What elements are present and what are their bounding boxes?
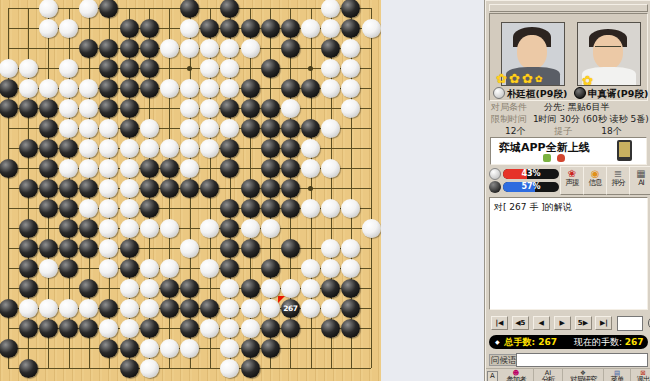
white-stone [180, 139, 199, 158]
black-stone [341, 279, 360, 298]
black-stone [140, 159, 159, 178]
toolbar-分析[interactable]: AI分析 [534, 369, 563, 381]
black-stone [241, 359, 260, 378]
white-stone [79, 79, 98, 98]
white-stone [19, 299, 38, 318]
white-stone [241, 299, 260, 318]
black-stone [99, 299, 118, 318]
white-stone [362, 19, 381, 38]
bullet-icon: ◆ [495, 338, 500, 345]
nav-first-button[interactable]: |◀ [491, 316, 508, 330]
black-stone [0, 79, 18, 98]
white-stone [241, 39, 260, 58]
white-stone [200, 99, 219, 118]
black-stone [120, 19, 139, 38]
black-stone [19, 259, 38, 278]
black-stone [0, 299, 18, 318]
black-stone [39, 139, 58, 158]
black-bar-track: 57% [503, 182, 559, 192]
white-stone [180, 19, 199, 38]
black-stone [59, 219, 78, 238]
white-stone [220, 319, 239, 338]
greeting-input[interactable] [516, 353, 648, 367]
phone-graphic [617, 140, 632, 161]
white-stone [0, 59, 18, 78]
white-stone [19, 79, 38, 98]
white-stone [140, 259, 159, 278]
black-stone [180, 299, 199, 318]
right-panel: ✿✿✿✿ ✿ 朴廷桓(P9段) 申真谞(P9段) 对局条件 分先: 黑贴6目半 … [485, 0, 650, 381]
white-stone [180, 119, 199, 138]
white-player-name: 朴廷桓(P9段) [493, 87, 567, 101]
black-stone [0, 339, 18, 358]
black-player-name: 申真谞(P9段) [574, 87, 648, 101]
white-stone [39, 259, 58, 278]
black-stone [220, 139, 239, 158]
black-stone [140, 319, 159, 338]
white-stone [200, 59, 219, 78]
black-stone [160, 179, 179, 198]
white-stone [39, 299, 58, 318]
black-stone [261, 59, 280, 78]
black-stone [59, 139, 78, 158]
black-stone [261, 139, 280, 158]
black-stone [261, 159, 280, 178]
black-stone [160, 299, 179, 318]
white-stone [180, 339, 199, 358]
white-stone [160, 259, 179, 278]
white-stone [180, 239, 199, 258]
total-moves-label: 总手数: 267 [505, 337, 558, 347]
black-stone [220, 239, 239, 258]
app-banner[interactable]: 弈城APP全新上线 [490, 137, 647, 165]
white-stone [261, 219, 280, 238]
white-stone-icon [493, 87, 505, 99]
black-stone [220, 199, 239, 218]
white-stone [321, 0, 340, 18]
white-stone [241, 219, 260, 238]
white-stone [120, 179, 139, 198]
black-stone [281, 39, 300, 58]
black-stone [160, 279, 179, 298]
white-stone [39, 79, 58, 98]
black-stone [59, 319, 78, 338]
white-stone [321, 299, 340, 318]
black-stone [261, 339, 280, 358]
black-stone [261, 319, 280, 338]
black-stone [261, 259, 280, 278]
black-stone [200, 299, 219, 318]
white-stone [200, 119, 219, 138]
white-stone [99, 259, 118, 278]
white-stone [200, 139, 219, 158]
flower-icon: ✿ [582, 73, 593, 88]
white-stone [341, 239, 360, 258]
信息-button[interactable]: ◉信息 [583, 166, 607, 195]
black-stone [220, 219, 239, 238]
white-stone [99, 139, 118, 158]
white-stone [341, 59, 360, 78]
white-stone-icon [489, 168, 501, 180]
white-stone [200, 319, 219, 338]
black-stone-icon [574, 87, 586, 99]
white-stone [160, 139, 179, 158]
black-stone [261, 99, 280, 118]
声援-button[interactable]: ❀声援 [560, 166, 584, 195]
black-stone [120, 239, 139, 258]
black-stone [261, 199, 280, 218]
black-stone [281, 199, 300, 218]
black-stone [99, 339, 118, 358]
black-stone [140, 59, 159, 78]
押分-button[interactable]: ≣押分 [606, 166, 630, 195]
flower-icon: ✿ [509, 71, 520, 86]
black-stone [341, 299, 360, 318]
black-stone [140, 179, 159, 198]
apple-icon [557, 154, 565, 162]
white-stone [79, 0, 98, 18]
white-stone [241, 319, 260, 338]
white-stone [220, 279, 239, 298]
white-stone [79, 139, 98, 158]
black-stone [99, 79, 118, 98]
white-stone [321, 199, 340, 218]
current-move-label: 现在的手数: 267 [574, 337, 644, 347]
white-win-percent: 43% [503, 169, 559, 179]
black-stone [281, 179, 300, 198]
white-stone [200, 219, 219, 238]
background-gap [381, 0, 485, 381]
white-stone [120, 219, 139, 238]
white-stone [160, 79, 179, 98]
star-point [308, 66, 313, 71]
white-stone [321, 159, 340, 178]
grid-line-horizontal [8, 368, 371, 369]
white-stone [99, 119, 118, 138]
black-stone [99, 59, 118, 78]
black-stone [200, 19, 219, 38]
white-stone [220, 79, 239, 98]
black-stone [261, 19, 280, 38]
white-stone [140, 139, 159, 158]
white-stone [140, 279, 159, 298]
white-stone [120, 139, 139, 158]
white-win-bar: 43% [489, 168, 561, 180]
black-stone [19, 359, 38, 378]
white-stone [79, 299, 98, 318]
white-stone [281, 99, 300, 118]
white-stone [321, 59, 340, 78]
black-stone [120, 119, 139, 138]
black-stone [120, 99, 139, 118]
white-stone [200, 79, 219, 98]
white-stone [140, 219, 159, 238]
white-stone [79, 99, 98, 118]
black-stone [79, 219, 98, 238]
star-point [187, 66, 192, 71]
black-stone [99, 99, 118, 118]
face [517, 35, 547, 69]
black-stone [220, 0, 239, 18]
a-button[interactable]: A [487, 371, 498, 381]
black-stone [341, 0, 360, 18]
white-stone [341, 259, 360, 278]
black-stone [59, 259, 78, 278]
white-stone [321, 19, 340, 38]
black-stone [120, 39, 139, 58]
black-stone [19, 319, 38, 338]
toolbar-退出[interactable]: ⊠退出 [631, 369, 650, 381]
move-number-input[interactable] [617, 316, 643, 331]
white-stone [99, 179, 118, 198]
white-stone [220, 299, 239, 318]
black-stone [39, 99, 58, 118]
nav-back5-button[interactable]: ◀5 [512, 316, 529, 330]
black-stone [0, 159, 18, 178]
white-stone [160, 219, 179, 238]
black-stone [241, 239, 260, 258]
black-stone [281, 239, 300, 258]
nav-back-button[interactable]: ◀ [533, 316, 550, 330]
white-bar-track: 43% [503, 169, 559, 179]
black-win-bar: 57% [489, 181, 561, 193]
white-stone [59, 299, 78, 318]
white-stone [59, 99, 78, 118]
players-section: ✿✿✿✿ ✿ 朴廷桓(P9段) 申真谞(P9段) [489, 13, 648, 101]
black-stone [19, 239, 38, 258]
black-stone [19, 219, 38, 238]
black-stone [220, 19, 239, 38]
toolbar-对局研究[interactable]: ❖对局研究 [563, 369, 604, 381]
white-stone [140, 359, 159, 378]
black-stone [180, 319, 199, 338]
black-stone [261, 119, 280, 138]
white-stone [79, 159, 98, 178]
toolbar-菜单[interactable]: ▤菜单 [604, 369, 631, 381]
white-stone [301, 279, 320, 298]
white-stone [59, 79, 78, 98]
go-app-window: 267 ✿✿✿✿ ✿ 朴廷桓(P9段) 申真谞(P9段) [0, 0, 650, 381]
white-stone [79, 119, 98, 138]
grid-line-vertical [371, 8, 372, 368]
white-stone [140, 339, 159, 358]
white-stone [362, 219, 381, 238]
white-stone [79, 199, 98, 218]
flower-icon: ✿ [535, 74, 543, 84]
black-stone [241, 99, 260, 118]
black-stone [19, 179, 38, 198]
white-stone [281, 279, 300, 298]
white-stone [321, 119, 340, 138]
black-stone [281, 79, 300, 98]
black-stone [140, 79, 159, 98]
white-stone [301, 199, 320, 218]
black-stone [140, 19, 159, 38]
nav-forward5-button[interactable]: 5▶ [575, 316, 592, 330]
banner-text: 弈城APP全新上线 [499, 140, 590, 155]
black-win-percent: 57% [503, 182, 559, 192]
black-stone [140, 199, 159, 218]
black-stone [241, 199, 260, 218]
black-stone [79, 319, 98, 338]
black-stone [59, 199, 78, 218]
white-stone [321, 79, 340, 98]
move-navigation: |◀ ◀5 ◀ ▶ 5▶ ▶| GO [490, 314, 647, 334]
black-stone [59, 239, 78, 258]
white-stone [140, 299, 159, 318]
black-stone [59, 179, 78, 198]
black-stone [241, 19, 260, 38]
white-stone [341, 79, 360, 98]
white-stone [200, 259, 219, 278]
white-stone [220, 119, 239, 138]
white-stone [301, 299, 320, 318]
star-point [308, 186, 313, 191]
black-stone [39, 319, 58, 338]
black-stone [180, 279, 199, 298]
white-stone [341, 99, 360, 118]
white-stone [99, 199, 118, 218]
white-stone [39, 19, 58, 38]
nav-forward-button[interactable]: ▶ [554, 316, 571, 330]
black-stone [120, 259, 139, 278]
black-stone [19, 99, 38, 118]
white-stone [120, 159, 139, 178]
black-stone [0, 99, 18, 118]
white-stone [59, 119, 78, 138]
black-stone [281, 119, 300, 138]
white-stone [140, 119, 159, 138]
flower-icon: ✿ [496, 71, 507, 86]
black-stone [79, 279, 98, 298]
black-stone [180, 0, 199, 18]
white-stone [301, 19, 320, 38]
white-stone [180, 39, 199, 58]
black-stone [321, 39, 340, 58]
black-stone [19, 279, 38, 298]
black-stone [180, 179, 199, 198]
white-stone [120, 199, 139, 218]
white-stone [341, 199, 360, 218]
black-stone [39, 159, 58, 178]
black-stone [19, 139, 38, 158]
commentary-box[interactable]: 对[ 267 手 ]的解说 [489, 197, 648, 310]
black-stone [120, 59, 139, 78]
black-stone [281, 159, 300, 178]
black-stone [321, 279, 340, 298]
android-icon [543, 154, 551, 162]
nav-last-button[interactable]: ▶| [595, 316, 612, 330]
black-stone [241, 279, 260, 298]
white-stone [220, 359, 239, 378]
white-stone [321, 239, 340, 258]
black-stone [120, 339, 139, 358]
black-stone [39, 179, 58, 198]
black-stone [220, 259, 239, 278]
black-stone [39, 239, 58, 258]
white-stone [261, 279, 280, 298]
black-stone [79, 39, 98, 58]
black-stone [281, 139, 300, 158]
white-stone [59, 59, 78, 78]
white-stone [59, 19, 78, 38]
black-stone [200, 179, 219, 198]
white-stone [19, 59, 38, 78]
white-stone [220, 339, 239, 358]
panel-top-strip [489, 4, 648, 12]
black-stone [120, 79, 139, 98]
white-stone [261, 299, 280, 318]
white-stone [301, 259, 320, 278]
commentary-text: 对[ 267 手 ]的解说 [494, 202, 572, 212]
white-stone [180, 159, 199, 178]
black-stone [220, 159, 239, 178]
black-stone [321, 319, 340, 338]
black-stone [281, 319, 300, 338]
bottom-toolbar: A ☻参加者AI分析❖对局研究▤菜单⊠退出 [486, 368, 650, 381]
black-stone [241, 79, 260, 98]
black-stone [99, 39, 118, 58]
white-stone [180, 79, 199, 98]
greeting-label: 问候语 [489, 354, 519, 366]
white-stone [200, 39, 219, 58]
white-stone [220, 59, 239, 78]
black-stone [241, 339, 260, 358]
greeting-row: 问候语 [489, 353, 648, 366]
white-stone [99, 219, 118, 238]
black-stone [39, 199, 58, 218]
black-stone [241, 179, 260, 198]
white-stone [321, 259, 340, 278]
flower-icon: ✿ [522, 71, 533, 86]
black-stone [99, 0, 118, 18]
toolbar-参加者[interactable]: ☻参加者 [499, 369, 534, 381]
white-stone [99, 319, 118, 338]
white-stone [59, 159, 78, 178]
black-stone [79, 239, 98, 258]
black-stone [120, 359, 139, 378]
black-stone [39, 119, 58, 138]
white-stone [341, 39, 360, 58]
white-stone [220, 39, 239, 58]
white-stone [120, 319, 139, 338]
go-board[interactable]: 267 [0, 0, 381, 381]
glasses [595, 46, 621, 54]
black-stone [220, 99, 239, 118]
white-stone [39, 0, 58, 18]
last-move-marker-icon [278, 296, 285, 303]
white-stone [301, 139, 320, 158]
black-stone [261, 179, 280, 198]
black-stone [301, 79, 320, 98]
white-stone [160, 39, 179, 58]
white-stone [120, 299, 139, 318]
AI-button[interactable]: ▦AI [629, 166, 650, 195]
white-stone [120, 279, 139, 298]
black-stone-icon [489, 181, 501, 193]
black-stone [140, 39, 159, 58]
white-stone [180, 99, 199, 118]
white-stone [99, 239, 118, 258]
black-stone [281, 19, 300, 38]
black-stone [301, 119, 320, 138]
black-stone [241, 119, 260, 138]
black-stone [341, 19, 360, 38]
white-stone [301, 159, 320, 178]
black-stone [79, 179, 98, 198]
white-stone [160, 339, 179, 358]
white-stone [99, 159, 118, 178]
